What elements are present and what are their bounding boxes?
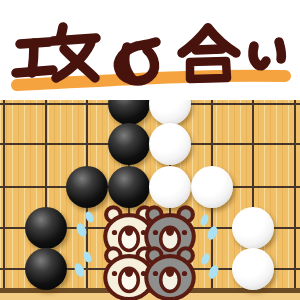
go-board [0, 100, 300, 300]
white-stone [232, 207, 274, 249]
black-stone [25, 207, 67, 249]
title-banner: 攻め合い [0, 0, 300, 100]
black-stone [108, 166, 150, 208]
sweat-drops-icon [75, 209, 97, 239]
white-stone [232, 248, 274, 290]
sweat-drops-icon [197, 212, 219, 242]
black-stone [25, 248, 67, 290]
gray-bear-stone [141, 246, 199, 300]
app-screen: 攻め合い [0, 0, 300, 300]
white-stone [149, 166, 191, 208]
white-stone [191, 166, 233, 208]
white-stone [149, 100, 191, 125]
sweat-drops-icon [73, 249, 95, 279]
gray-bear-face-icon [141, 246, 199, 300]
sweat-drops-icon [198, 251, 220, 281]
title-calligraphy [0, 0, 300, 100]
black-stone [108, 123, 150, 165]
black-stone [108, 100, 150, 125]
black-stone [66, 166, 108, 208]
white-stone [149, 123, 191, 165]
grid-vline-1 [3, 100, 5, 289]
grid-vline-8 [294, 100, 296, 289]
